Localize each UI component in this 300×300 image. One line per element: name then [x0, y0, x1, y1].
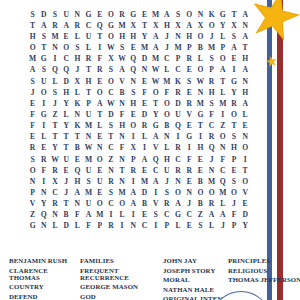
- grid-cell[interactable]: R: [49, 20, 60, 31]
- grid-cell[interactable]: S: [27, 76, 38, 87]
- grid-cell[interactable]: A: [94, 98, 105, 109]
- grid-cell[interactable]: N: [240, 76, 251, 87]
- grid-cell[interactable]: O: [27, 42, 38, 53]
- grid-cell[interactable]: L: [161, 143, 172, 154]
- grid-cell[interactable]: L: [161, 65, 172, 76]
- grid-cell[interactable]: N: [38, 187, 49, 198]
- grid-cell[interactable]: N: [117, 154, 128, 165]
- grid-cell[interactable]: A: [27, 65, 38, 76]
- grid-cell[interactable]: R: [83, 54, 94, 65]
- grid-cell[interactable]: J: [184, 198, 195, 209]
- grid-cell[interactable]: U: [83, 198, 94, 209]
- grid-cell[interactable]: L: [72, 31, 83, 42]
- grid-cell[interactable]: R: [49, 198, 60, 209]
- grid-cell[interactable]: D: [172, 98, 183, 109]
- grid-cell[interactable]: C: [161, 54, 172, 65]
- grid-cell[interactable]: J: [61, 187, 72, 198]
- grid-cell[interactable]: T: [72, 132, 83, 143]
- grid-cell[interactable]: C: [217, 165, 228, 176]
- grid-cell[interactable]: G: [172, 210, 183, 221]
- grid-cell[interactable]: A: [172, 198, 183, 209]
- grid-cell[interactable]: R: [172, 87, 183, 98]
- grid-cell[interactable]: T: [195, 120, 206, 131]
- grid-cell[interactable]: H: [240, 87, 251, 98]
- grid-cell[interactable]: J: [27, 87, 38, 98]
- grid-cell[interactable]: S: [27, 154, 38, 165]
- grid-cell[interactable]: C: [105, 87, 116, 98]
- grid-cell[interactable]: N: [172, 176, 183, 187]
- grid-cell[interactable]: M: [117, 187, 128, 198]
- grid-cell[interactable]: R: [172, 165, 183, 176]
- grid-cell[interactable]: T: [61, 198, 72, 209]
- grid-cell[interactable]: H: [195, 143, 206, 154]
- grid-cell[interactable]: C: [105, 143, 116, 154]
- grid-cell[interactable]: R: [206, 76, 217, 87]
- grid-cell[interactable]: B: [195, 42, 206, 53]
- grid-cell[interactable]: J: [49, 98, 60, 109]
- grid-cell[interactable]: I: [128, 132, 139, 143]
- grid-cell[interactable]: O: [240, 143, 251, 154]
- grid-cell[interactable]: L: [117, 210, 128, 221]
- grid-cell[interactable]: O: [195, 65, 206, 76]
- grid-cell[interactable]: Y: [38, 198, 49, 209]
- grid-cell[interactable]: F: [206, 109, 217, 120]
- grid-cell[interactable]: I: [240, 154, 251, 165]
- grid-cell[interactable]: R: [161, 198, 172, 209]
- grid-cell[interactable]: O: [161, 98, 172, 109]
- grid-cell[interactable]: E: [128, 109, 139, 120]
- grid-cell[interactable]: U: [83, 165, 94, 176]
- grid-cell[interactable]: E: [94, 9, 105, 20]
- grid-cell[interactable]: Q: [49, 65, 60, 76]
- grid-cell[interactable]: K: [72, 120, 83, 131]
- grid-cell[interactable]: Y: [217, 20, 228, 31]
- grid-cell[interactable]: L: [72, 221, 83, 232]
- grid-cell[interactable]: H: [117, 120, 128, 131]
- grid-cell[interactable]: F: [161, 87, 172, 98]
- grid-cell[interactable]: D: [139, 109, 150, 120]
- grid-cell[interactable]: S: [206, 54, 217, 65]
- grid-cell[interactable]: M: [49, 31, 60, 42]
- grid-cell[interactable]: W: [150, 76, 161, 87]
- grid-cell[interactable]: S: [38, 65, 49, 76]
- grid-cell[interactable]: T: [139, 20, 150, 31]
- grid-cell[interactable]: B: [195, 198, 206, 209]
- grid-cell[interactable]: I: [128, 176, 139, 187]
- grid-cell[interactable]: Q: [38, 210, 49, 221]
- grid-cell[interactable]: G: [105, 20, 116, 31]
- grid-cell[interactable]: E: [195, 165, 206, 176]
- grid-cell[interactable]: O: [105, 31, 116, 42]
- grid-cell[interactable]: F: [72, 210, 83, 221]
- grid-cell[interactable]: O: [195, 187, 206, 198]
- grid-cell[interactable]: F: [139, 87, 150, 98]
- grid-cell[interactable]: W: [49, 154, 60, 165]
- grid-cell[interactable]: D: [61, 76, 72, 87]
- grid-cell[interactable]: I: [38, 176, 49, 187]
- grid-cell[interactable]: H: [184, 31, 195, 42]
- grid-cell[interactable]: L: [49, 76, 60, 87]
- grid-cell[interactable]: E: [184, 120, 195, 131]
- grid-cell[interactable]: A: [240, 65, 251, 76]
- grid-cell[interactable]: B: [195, 176, 206, 187]
- grid-cell[interactable]: R: [105, 221, 116, 232]
- grid-cell[interactable]: I: [139, 143, 150, 154]
- grid-cell[interactable]: C: [139, 221, 150, 232]
- grid-cell[interactable]: Q: [206, 143, 217, 154]
- grid-cell[interactable]: L: [217, 31, 228, 42]
- grid-cell[interactable]: G: [150, 120, 161, 131]
- grid-cell[interactable]: E: [61, 31, 72, 42]
- grid-cell[interactable]: G: [38, 109, 49, 120]
- grid-cell[interactable]: I: [195, 132, 206, 143]
- grid-cell[interactable]: N: [94, 143, 105, 154]
- grid-cell[interactable]: O: [161, 109, 172, 120]
- grid-cell[interactable]: Y: [228, 87, 239, 98]
- grid-cell[interactable]: L: [83, 42, 94, 53]
- grid-cell[interactable]: A: [61, 20, 72, 31]
- grid-cell[interactable]: N: [38, 221, 49, 232]
- grid-cell[interactable]: R: [38, 154, 49, 165]
- grid-cell[interactable]: U: [172, 109, 183, 120]
- grid-cell[interactable]: M: [150, 54, 161, 65]
- grid-cell[interactable]: N: [184, 187, 195, 198]
- grid-cell[interactable]: O: [184, 9, 195, 20]
- grid-cell[interactable]: N: [161, 132, 172, 143]
- grid-cell[interactable]: Q: [150, 154, 161, 165]
- grid-cell[interactable]: M: [94, 210, 105, 221]
- grid-cell[interactable]: S: [27, 9, 38, 20]
- grid-cell[interactable]: X: [172, 20, 183, 31]
- grid-cell[interactable]: T: [38, 42, 49, 53]
- grid-cell[interactable]: N: [240, 20, 251, 31]
- grid-cell[interactable]: M: [83, 120, 94, 131]
- grid-cell[interactable]: O: [27, 165, 38, 176]
- grid-cell[interactable]: M: [139, 42, 150, 53]
- grid-cell[interactable]: A: [150, 132, 161, 143]
- grid-cell[interactable]: V: [117, 76, 128, 87]
- grid-cell[interactable]: H: [206, 87, 217, 98]
- grid-cell[interactable]: O: [61, 42, 72, 53]
- grid-cell[interactable]: R: [184, 98, 195, 109]
- grid-cell[interactable]: A: [240, 31, 251, 42]
- grid-cell[interactable]: M: [172, 42, 183, 53]
- grid-cell[interactable]: L: [206, 221, 217, 232]
- grid-cell[interactable]: P: [228, 154, 239, 165]
- grid-cell[interactable]: A: [228, 42, 239, 53]
- grid-cell[interactable]: A: [217, 210, 228, 221]
- grid-cell[interactable]: N: [195, 9, 206, 20]
- grid-cell[interactable]: B: [161, 120, 172, 131]
- grid-cell[interactable]: O: [128, 120, 139, 131]
- grid-cell[interactable]: L: [38, 132, 49, 143]
- grid-cell[interactable]: Y: [150, 109, 161, 120]
- grid-cell[interactable]: E: [38, 143, 49, 154]
- grid-cell[interactable]: P: [172, 54, 183, 65]
- grid-cell[interactable]: L: [61, 109, 72, 120]
- grid-cell[interactable]: M: [195, 98, 206, 109]
- grid-cell[interactable]: S: [105, 120, 116, 131]
- grid-cell[interactable]: A: [83, 210, 94, 221]
- grid-cell[interactable]: S: [38, 31, 49, 42]
- grid-cell[interactable]: S: [105, 187, 116, 198]
- grid-cell[interactable]: S: [72, 42, 83, 53]
- grid-cell[interactable]: T: [83, 87, 94, 98]
- grid-cell[interactable]: R: [139, 120, 150, 131]
- grid-cell[interactable]: W: [117, 54, 128, 65]
- grid-cell[interactable]: T: [228, 120, 239, 131]
- grid-cell[interactable]: W: [105, 42, 116, 53]
- grid-cell[interactable]: T: [49, 132, 60, 143]
- grid-cell[interactable]: L: [49, 221, 60, 232]
- grid-cell[interactable]: O: [38, 87, 49, 98]
- grid-cell[interactable]: E: [128, 42, 139, 53]
- grid-cell[interactable]: E: [139, 98, 150, 109]
- grid-cell[interactable]: S: [117, 42, 128, 53]
- grid-cell[interactable]: Z: [105, 154, 116, 165]
- grid-cell[interactable]: J: [206, 31, 217, 42]
- grid-cell[interactable]: P: [94, 221, 105, 232]
- grid-cell[interactable]: L: [217, 87, 228, 98]
- grid-cell[interactable]: T: [94, 109, 105, 120]
- grid-cell[interactable]: T: [61, 132, 72, 143]
- grid-cell[interactable]: P: [27, 187, 38, 198]
- grid-cell[interactable]: O: [195, 31, 206, 42]
- grid-cell[interactable]: E: [195, 154, 206, 165]
- grid-cell[interactable]: E: [94, 76, 105, 87]
- grid-cell[interactable]: O: [94, 198, 105, 209]
- grid-cell[interactable]: U: [94, 176, 105, 187]
- grid-cell[interactable]: R: [128, 165, 139, 176]
- grid-cell[interactable]: N: [49, 210, 60, 221]
- grid-cell[interactable]: N: [117, 98, 128, 109]
- grid-cell[interactable]: N: [139, 65, 150, 76]
- grid-cell[interactable]: L: [240, 109, 251, 120]
- grid-cell[interactable]: H: [61, 87, 72, 98]
- grid-cell[interactable]: O: [240, 176, 251, 187]
- grid-cell[interactable]: R: [94, 65, 105, 76]
- grid-cell[interactable]: W: [83, 143, 94, 154]
- grid-cell[interactable]: W: [105, 98, 116, 109]
- grid-cell[interactable]: T: [61, 143, 72, 154]
- grid-cell[interactable]: V: [240, 187, 251, 198]
- grid-cell[interactable]: L: [195, 54, 206, 65]
- grid-cell[interactable]: N: [117, 132, 128, 143]
- grid-cell[interactable]: T: [27, 20, 38, 31]
- grid-cell[interactable]: G: [228, 76, 239, 87]
- grid-cell[interactable]: H: [128, 98, 139, 109]
- grid-cell[interactable]: U: [83, 31, 94, 42]
- grid-cell[interactable]: C: [184, 210, 195, 221]
- grid-cell[interactable]: A: [150, 42, 161, 53]
- grid-cell[interactable]: J: [206, 154, 217, 165]
- grid-cell[interactable]: F: [228, 210, 239, 221]
- grid-cell[interactable]: F: [83, 221, 94, 232]
- grid-cell[interactable]: C: [61, 54, 72, 65]
- grid-cell[interactable]: S: [49, 9, 60, 20]
- grid-cell[interactable]: E: [184, 87, 195, 98]
- grid-cell[interactable]: O: [206, 187, 217, 198]
- grid-cell[interactable]: U: [61, 9, 72, 20]
- grid-cell[interactable]: E: [139, 165, 150, 176]
- grid-cell[interactable]: Z: [217, 120, 228, 131]
- grid-cell[interactable]: H: [240, 54, 251, 65]
- grid-cell[interactable]: I: [228, 65, 239, 76]
- grid-cell[interactable]: A: [139, 154, 150, 165]
- grid-cell[interactable]: S: [228, 176, 239, 187]
- grid-cell[interactable]: E: [240, 120, 251, 131]
- grid-cell[interactable]: U: [38, 76, 49, 87]
- grid-cell[interactable]: O: [105, 9, 116, 20]
- grid-cell[interactable]: X: [128, 143, 139, 154]
- grid-cell[interactable]: A: [206, 210, 217, 221]
- grid-cell[interactable]: S: [83, 176, 94, 187]
- grid-cell[interactable]: I: [150, 221, 161, 232]
- grid-cell[interactable]: Z: [49, 109, 60, 120]
- grid-cell[interactable]: D: [38, 9, 49, 20]
- grid-cell[interactable]: O: [117, 198, 128, 209]
- grid-cell[interactable]: R: [206, 198, 217, 209]
- grid-cell[interactable]: Q: [172, 120, 183, 131]
- grid-cell[interactable]: E: [184, 176, 195, 187]
- grid-cell[interactable]: N: [117, 176, 128, 187]
- grid-cell[interactable]: P: [228, 221, 239, 232]
- grid-cell[interactable]: Q: [128, 65, 139, 76]
- grid-cell[interactable]: J: [161, 42, 172, 53]
- grid-cell[interactable]: L: [94, 120, 105, 131]
- grid-cell[interactable]: C: [83, 20, 94, 31]
- grid-cell[interactable]: C: [105, 198, 116, 209]
- grid-cell[interactable]: Y: [61, 98, 72, 109]
- grid-cell[interactable]: I: [217, 109, 228, 120]
- grid-cell[interactable]: S: [49, 87, 60, 98]
- grid-cell[interactable]: R: [27, 143, 38, 154]
- grid-cell[interactable]: E: [94, 187, 105, 198]
- grid-cell[interactable]: E: [139, 210, 150, 221]
- grid-cell[interactable]: M: [117, 20, 128, 31]
- grid-cell[interactable]: T: [83, 65, 94, 76]
- grid-cell[interactable]: R: [184, 165, 195, 176]
- grid-cell[interactable]: C: [161, 210, 172, 221]
- grid-cell[interactable]: A: [240, 98, 251, 109]
- grid-cell[interactable]: M: [206, 42, 217, 53]
- grid-cell[interactable]: G: [195, 109, 206, 120]
- grid-cell[interactable]: U: [61, 154, 72, 165]
- grid-cell[interactable]: F: [117, 143, 128, 154]
- grid-cell[interactable]: I: [105, 210, 116, 221]
- grid-cell[interactable]: E: [27, 132, 38, 143]
- grid-cell[interactable]: X: [128, 20, 139, 31]
- grid-cell[interactable]: F: [27, 120, 38, 131]
- grid-cell[interactable]: D: [240, 210, 251, 221]
- grid-cell[interactable]: S: [195, 221, 206, 232]
- grid-cell[interactable]: H: [72, 176, 83, 187]
- grid-cell[interactable]: F: [217, 154, 228, 165]
- grid-cell[interactable]: G: [83, 9, 94, 20]
- grid-cell[interactable]: O: [172, 187, 183, 198]
- grid-cell[interactable]: W: [195, 76, 206, 87]
- grid-cell[interactable]: A: [72, 187, 83, 198]
- grid-cell[interactable]: E: [94, 165, 105, 176]
- grid-cell[interactable]: H: [117, 31, 128, 42]
- grid-cell[interactable]: N: [27, 176, 38, 187]
- grid-cell[interactable]: Y: [240, 221, 251, 232]
- grid-cell[interactable]: I: [117, 221, 128, 232]
- grid-cell[interactable]: C: [49, 187, 60, 198]
- grid-cell[interactable]: N: [83, 132, 94, 143]
- grid-cell[interactable]: J: [217, 221, 228, 232]
- grid-cell[interactable]: X: [105, 54, 116, 65]
- grid-cell[interactable]: A: [128, 187, 139, 198]
- grid-cell[interactable]: H: [72, 54, 83, 65]
- grid-cell[interactable]: I: [49, 54, 60, 65]
- grid-cell[interactable]: Q: [72, 165, 83, 176]
- grid-cell[interactable]: K: [206, 9, 217, 20]
- grid-cell[interactable]: J: [161, 176, 172, 187]
- grid-cell[interactable]: N: [128, 221, 139, 232]
- grid-cell[interactable]: P: [206, 65, 217, 76]
- grid-cell[interactable]: Q: [128, 54, 139, 65]
- grid-cell[interactable]: R: [172, 143, 183, 154]
- grid-cell[interactable]: Y: [49, 143, 60, 154]
- grid-cell[interactable]: F: [117, 109, 128, 120]
- grid-cell[interactable]: Y: [61, 120, 72, 131]
- grid-cell[interactable]: O: [228, 187, 239, 198]
- grid-cell[interactable]: T: [228, 9, 239, 20]
- grid-cell[interactable]: C: [172, 154, 183, 165]
- grid-cell[interactable]: L: [172, 221, 183, 232]
- grid-cell[interactable]: H: [27, 31, 38, 42]
- grid-cell[interactable]: M: [139, 176, 150, 187]
- grid-cell[interactable]: E: [72, 154, 83, 165]
- grid-cell[interactable]: J: [72, 65, 83, 76]
- grid-cell[interactable]: P: [83, 98, 94, 109]
- grid-cell[interactable]: N: [206, 165, 217, 176]
- grid-cell[interactable]: K: [72, 98, 83, 109]
- grid-cell[interactable]: O: [150, 87, 161, 98]
- grid-cell[interactable]: R: [105, 176, 116, 187]
- grid-cell[interactable]: X: [150, 20, 161, 31]
- grid-cell[interactable]: R: [72, 20, 83, 31]
- grid-cell[interactable]: F: [38, 165, 49, 176]
- grid-cell[interactable]: I: [38, 98, 49, 109]
- grid-cell[interactable]: G: [128, 9, 139, 20]
- grid-cell[interactable]: S: [172, 9, 183, 20]
- grid-cell[interactable]: P: [128, 154, 139, 165]
- grid-cell[interactable]: N: [128, 76, 139, 87]
- grid-cell[interactable]: M: [217, 187, 228, 198]
- grid-cell[interactable]: I: [172, 132, 183, 143]
- grid-cell[interactable]: T: [217, 76, 228, 87]
- grid-cell[interactable]: Y: [139, 31, 150, 42]
- grid-cell[interactable]: G: [38, 54, 49, 65]
- grid-cell[interactable]: E: [240, 198, 251, 209]
- grid-cell[interactable]: X: [72, 76, 83, 87]
- grid-cell[interactable]: X: [49, 176, 60, 187]
- grid-cell[interactable]: E: [184, 65, 195, 76]
- grid-cell[interactable]: I: [150, 187, 161, 198]
- grid-cell[interactable]: S: [105, 65, 116, 76]
- grid-cell[interactable]: N: [72, 9, 83, 20]
- grid-cell[interactable]: G: [217, 9, 228, 20]
- grid-cell[interactable]: H: [228, 143, 239, 154]
- grid-cell[interactable]: D: [61, 221, 72, 232]
- grid-cell[interactable]: X: [195, 20, 206, 31]
- grid-cell[interactable]: N: [72, 198, 83, 209]
- grid-cell[interactable]: A: [117, 65, 128, 76]
- grid-cell[interactable]: T: [240, 165, 251, 176]
- grid-cell[interactable]: R: [184, 54, 195, 65]
